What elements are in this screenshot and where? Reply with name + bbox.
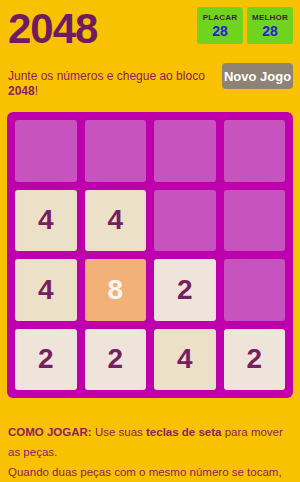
score-panel: PLACAR 28 MELHOR 28 bbox=[197, 7, 293, 44]
board[interactable]: 444822242 bbox=[7, 112, 293, 398]
score-box: PLACAR 28 bbox=[197, 7, 243, 44]
empty-cell bbox=[224, 259, 286, 321]
best-score-box: MELHOR 28 bbox=[247, 7, 293, 44]
subtitle: Junte os números e chegue ao bloco 2048! bbox=[8, 69, 220, 99]
tile-2: 2 bbox=[85, 329, 147, 391]
tile-2: 2 bbox=[15, 329, 77, 391]
tile-4: 4 bbox=[15, 190, 77, 252]
tile-4: 4 bbox=[154, 329, 216, 391]
empty-cell bbox=[154, 120, 216, 182]
instructions-text: COMO JOGAR: Use suas teclas de seta para… bbox=[8, 422, 296, 482]
score-label: PLACAR bbox=[203, 13, 238, 22]
tile-4: 4 bbox=[85, 190, 147, 252]
new-game-button[interactable]: Novo Jogo bbox=[222, 63, 293, 89]
tile-8: 8 bbox=[85, 259, 147, 321]
tile-2: 2 bbox=[154, 259, 216, 321]
empty-cell bbox=[15, 120, 77, 182]
best-score-value: 28 bbox=[262, 23, 278, 39]
score-value: 28 bbox=[212, 23, 228, 39]
game-page: 2048 PLACAR 28 MELHOR 28 Junte os número… bbox=[0, 0, 300, 482]
best-score-label: MELHOR bbox=[252, 13, 288, 22]
empty-cell bbox=[224, 190, 286, 252]
tile-2: 2 bbox=[224, 329, 286, 391]
page-title: 2048 bbox=[8, 6, 97, 52]
empty-cell bbox=[85, 120, 147, 182]
tile-4: 4 bbox=[15, 259, 77, 321]
empty-cell bbox=[154, 190, 216, 252]
empty-cell bbox=[224, 120, 286, 182]
